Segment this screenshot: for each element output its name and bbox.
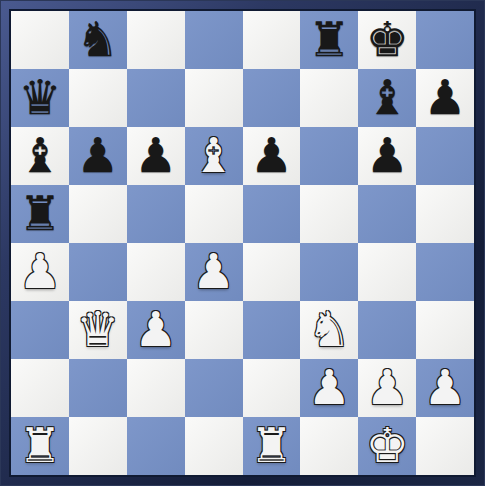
- square-b1[interactable]: [69, 417, 127, 475]
- square-b6[interactable]: ♟: [69, 127, 127, 185]
- square-d5[interactable]: [185, 185, 243, 243]
- square-f8[interactable]: ♜: [300, 11, 358, 69]
- square-f5[interactable]: [300, 185, 358, 243]
- square-a8[interactable]: [11, 11, 69, 69]
- square-e2[interactable]: [243, 359, 301, 417]
- square-g1[interactable]: ♚: [358, 417, 416, 475]
- square-c4[interactable]: [127, 243, 185, 301]
- white-pawn-piece[interactable]: ♟: [18, 247, 61, 295]
- white-pawn-piece[interactable]: ♟: [192, 247, 235, 295]
- square-a5[interactable]: ♜: [11, 185, 69, 243]
- square-c8[interactable]: [127, 11, 185, 69]
- square-a4[interactable]: ♟: [11, 243, 69, 301]
- square-g5[interactable]: [358, 185, 416, 243]
- black-knight-piece[interactable]: ♞: [76, 15, 119, 63]
- white-pawn-piece[interactable]: ♟: [366, 363, 409, 411]
- square-e7[interactable]: [243, 69, 301, 127]
- square-a1[interactable]: ♜: [11, 417, 69, 475]
- square-a3[interactable]: [11, 301, 69, 359]
- black-pawn-piece[interactable]: ♟: [76, 131, 119, 179]
- black-rook-piece[interactable]: ♜: [18, 189, 61, 237]
- square-d6[interactable]: ♝: [185, 127, 243, 185]
- square-h3[interactable]: [416, 301, 474, 359]
- square-g7[interactable]: ♝: [358, 69, 416, 127]
- square-a7[interactable]: ♛: [11, 69, 69, 127]
- black-pawn-piece[interactable]: ♟: [134, 131, 177, 179]
- square-f6[interactable]: [300, 127, 358, 185]
- square-b7[interactable]: [69, 69, 127, 127]
- square-h8[interactable]: [416, 11, 474, 69]
- square-f7[interactable]: [300, 69, 358, 127]
- black-pawn-piece[interactable]: ♟: [424, 73, 467, 121]
- square-b4[interactable]: [69, 243, 127, 301]
- square-h7[interactable]: ♟: [416, 69, 474, 127]
- white-pawn-piece[interactable]: ♟: [134, 305, 177, 353]
- white-rook-piece[interactable]: ♜: [18, 421, 61, 469]
- square-d3[interactable]: [185, 301, 243, 359]
- square-c1[interactable]: [127, 417, 185, 475]
- white-knight-piece[interactable]: ♞: [308, 305, 351, 353]
- square-e6[interactable]: ♟: [243, 127, 301, 185]
- square-b8[interactable]: ♞: [69, 11, 127, 69]
- square-d7[interactable]: [185, 69, 243, 127]
- square-a2[interactable]: [11, 359, 69, 417]
- black-rook-piece[interactable]: ♜: [308, 15, 351, 63]
- square-a6[interactable]: ♝: [11, 127, 69, 185]
- black-pawn-piece[interactable]: ♟: [250, 131, 293, 179]
- square-d4[interactable]: ♟: [185, 243, 243, 301]
- square-d2[interactable]: [185, 359, 243, 417]
- square-f2[interactable]: ♟: [300, 359, 358, 417]
- white-pawn-piece[interactable]: ♟: [424, 363, 467, 411]
- square-c3[interactable]: ♟: [127, 301, 185, 359]
- square-e1[interactable]: ♜: [243, 417, 301, 475]
- square-c2[interactable]: [127, 359, 185, 417]
- square-h1[interactable]: [416, 417, 474, 475]
- black-king-piece[interactable]: ♚: [366, 15, 409, 63]
- square-b5[interactable]: [69, 185, 127, 243]
- square-g8[interactable]: ♚: [358, 11, 416, 69]
- square-h6[interactable]: [416, 127, 474, 185]
- white-pawn-piece[interactable]: ♟: [308, 363, 351, 411]
- square-g4[interactable]: [358, 243, 416, 301]
- square-b2[interactable]: [69, 359, 127, 417]
- black-queen-piece[interactable]: ♛: [18, 73, 61, 121]
- square-g2[interactable]: ♟: [358, 359, 416, 417]
- square-b3[interactable]: ♛: [69, 301, 127, 359]
- white-rook-piece[interactable]: ♜: [250, 421, 293, 469]
- square-c6[interactable]: ♟: [127, 127, 185, 185]
- black-bishop-piece[interactable]: ♝: [366, 73, 409, 121]
- square-e8[interactable]: [243, 11, 301, 69]
- square-e5[interactable]: [243, 185, 301, 243]
- square-c7[interactable]: [127, 69, 185, 127]
- square-h5[interactable]: [416, 185, 474, 243]
- square-g3[interactable]: [358, 301, 416, 359]
- square-f4[interactable]: [300, 243, 358, 301]
- square-e4[interactable]: [243, 243, 301, 301]
- chess-board-frame: ♞♜♚♛♝♟♝♟♟♝♟♟♜♟♟♛♟♞♟♟♟♜♜♚: [0, 0, 485, 486]
- square-d8[interactable]: [185, 11, 243, 69]
- square-e3[interactable]: [243, 301, 301, 359]
- square-f3[interactable]: ♞: [300, 301, 358, 359]
- square-f1[interactable]: [300, 417, 358, 475]
- black-pawn-piece[interactable]: ♟: [366, 131, 409, 179]
- black-bishop-piece[interactable]: ♝: [18, 131, 61, 179]
- square-d1[interactable]: [185, 417, 243, 475]
- square-h2[interactable]: ♟: [416, 359, 474, 417]
- square-g6[interactable]: ♟: [358, 127, 416, 185]
- white-king-piece[interactable]: ♚: [366, 421, 409, 469]
- white-bishop-piece[interactable]: ♝: [192, 131, 235, 179]
- chess-board: ♞♜♚♛♝♟♝♟♟♝♟♟♜♟♟♛♟♞♟♟♟♜♜♚: [11, 11, 474, 475]
- white-queen-piece[interactable]: ♛: [76, 305, 119, 353]
- square-h4[interactable]: [416, 243, 474, 301]
- square-c5[interactable]: [127, 185, 185, 243]
